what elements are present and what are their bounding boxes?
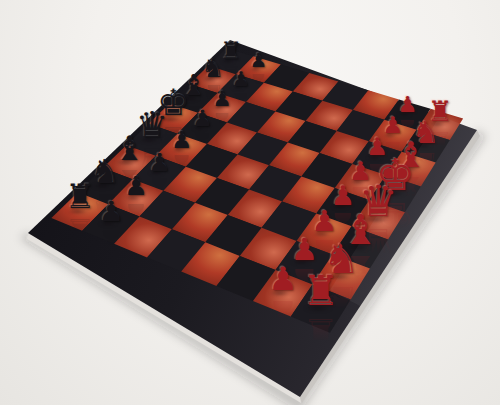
product-photo: ♜♜♟♟♞♞♟♟♝♝♟♟♟♟♚♚♜♜♟♟♟♟♛♛♞♞♟♟♟♟♝♝♝♝♟♟♟♟♞♞… (0, 0, 500, 405)
chess-board (0, 0, 500, 405)
